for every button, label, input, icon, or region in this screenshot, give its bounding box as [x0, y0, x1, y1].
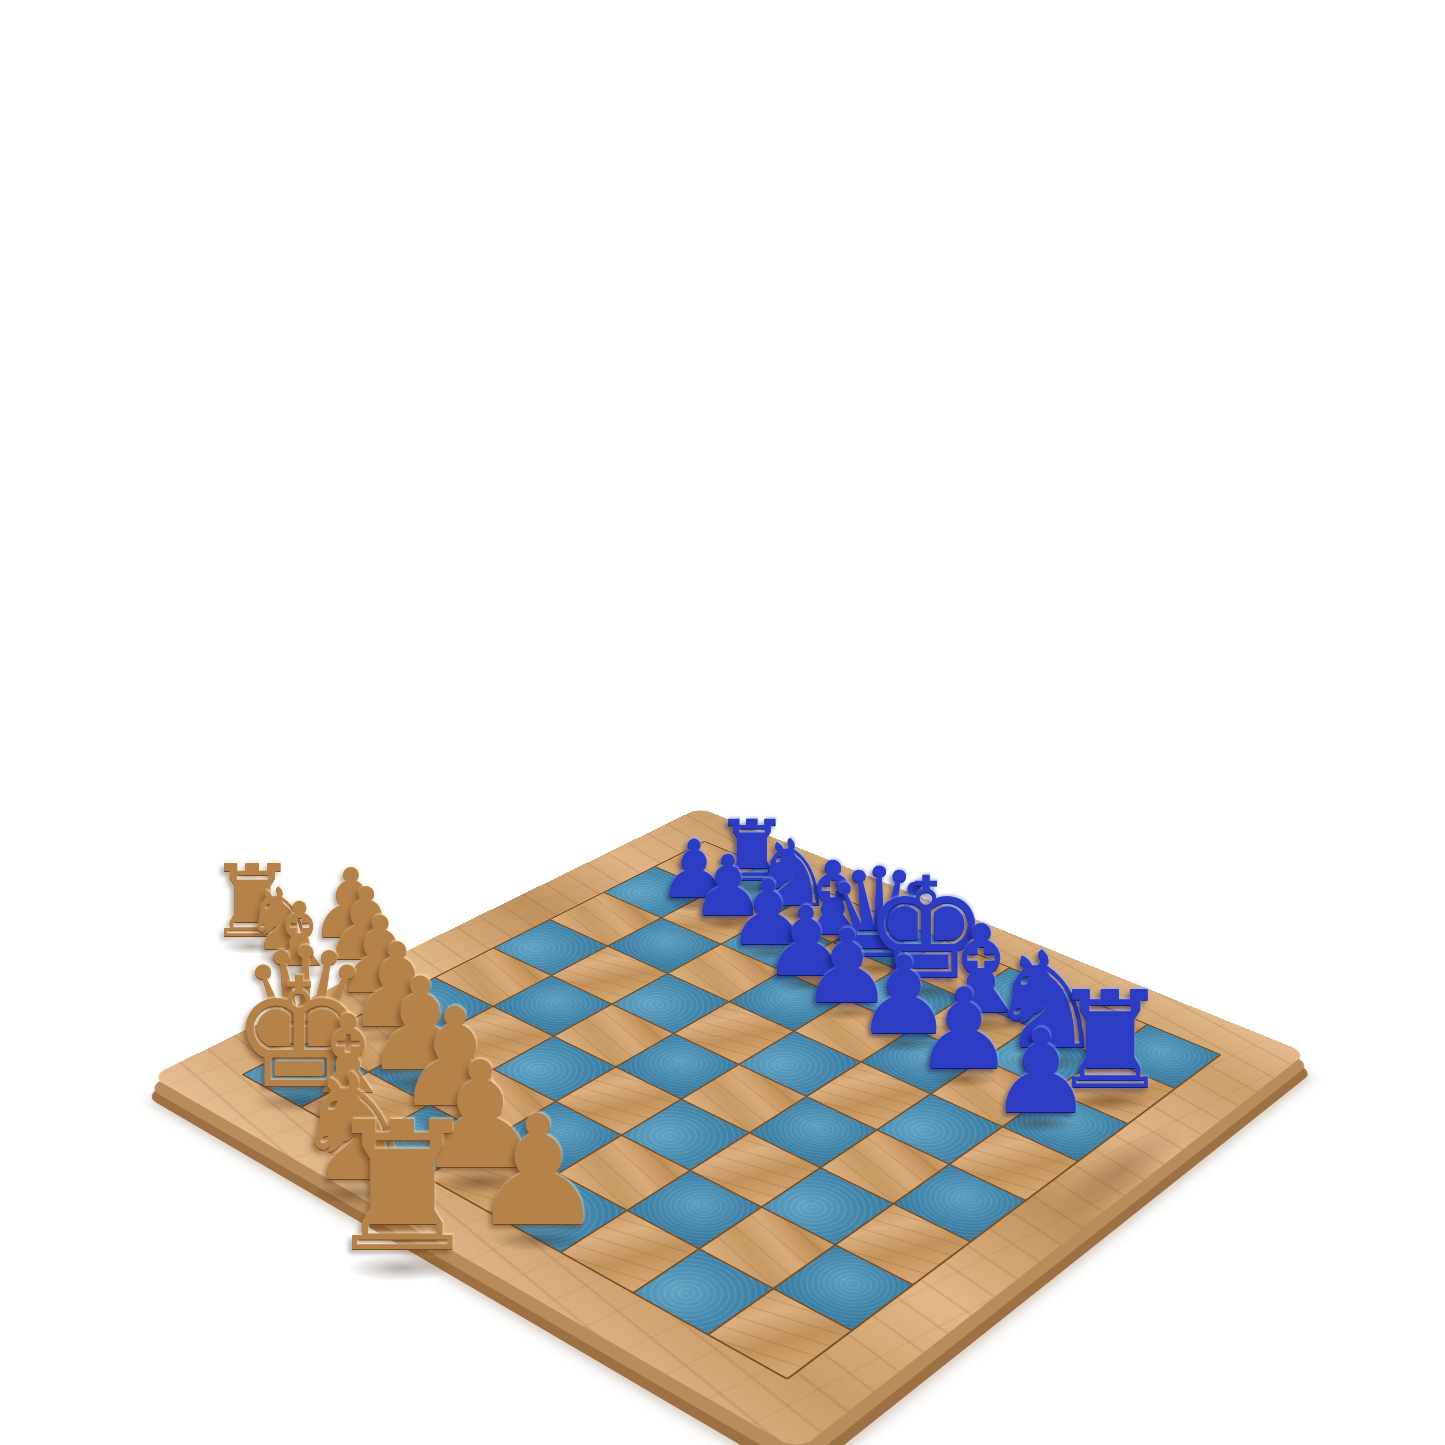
piece-wood-pawn[interactable]: ♟ — [470, 1096, 606, 1248]
piece-glyph: ♜ — [322, 1099, 482, 1277]
piece-wood-rook[interactable]: ♜ — [322, 1099, 482, 1277]
product-photo: ♜♞♝♛♚♝♞♜♟♟♟♟♟♟♟♟♜♞♝♛♚♝♞♜♟♟♟♟♟♟♟♟ — [0, 0, 1445, 1445]
piece-glyph: ♟ — [989, 1014, 1093, 1130]
board-scene — [0, 0, 1445, 1445]
piece-glyph: ♟ — [470, 1096, 606, 1248]
piece-blue-pawn[interactable]: ♟ — [989, 1014, 1093, 1130]
